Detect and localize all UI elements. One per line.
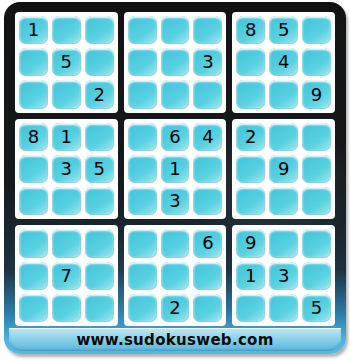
cell-r2c8[interactable]: 4 (269, 48, 298, 76)
cell-r5c6[interactable] (193, 155, 222, 183)
cell-r1c4[interactable] (128, 16, 157, 44)
cell-r1c9[interactable] (302, 16, 331, 44)
cell-r6c8[interactable] (269, 187, 298, 215)
cell-r6c6[interactable] (193, 187, 222, 215)
cell-r7c5[interactable] (161, 229, 190, 257)
cell-r4c3[interactable] (85, 123, 114, 151)
box-3: 8549 (232, 12, 335, 113)
cell-r7c1[interactable] (19, 229, 48, 257)
cell-r5c4[interactable] (128, 155, 157, 183)
cell-r3c3[interactable]: 2 (85, 80, 114, 108)
cell-r8c5[interactable] (161, 262, 190, 290)
cell-r7c7[interactable]: 9 (236, 229, 265, 257)
cell-r4c2[interactable]: 1 (52, 123, 81, 151)
cell-r6c7[interactable] (236, 187, 265, 215)
cell-r1c2[interactable] (52, 16, 81, 44)
cell-r8c4[interactable] (128, 262, 157, 290)
cell-r2c3[interactable] (85, 48, 114, 76)
cell-r9c9[interactable]: 5 (302, 294, 331, 322)
cell-r6c2[interactable] (52, 187, 81, 215)
cell-r6c9[interactable] (302, 187, 331, 215)
cell-r5c3[interactable]: 5 (85, 155, 114, 183)
cell-r9c3[interactable] (85, 294, 114, 322)
cell-r3c6[interactable] (193, 80, 222, 108)
footer-banner: www.sudokusweb.com (9, 328, 341, 351)
cell-r1c3[interactable] (85, 16, 114, 44)
cell-r7c3[interactable] (85, 229, 114, 257)
cell-r9c6[interactable] (193, 294, 222, 322)
cell-r2c2[interactable]: 5 (52, 48, 81, 76)
cell-r4c4[interactable] (128, 123, 157, 151)
box-7: 7 (15, 225, 118, 326)
footer-url-text[interactable]: www.sudokusweb.com (76, 331, 273, 349)
cell-r4c6[interactable]: 4 (193, 123, 222, 151)
cell-r9c4[interactable] (128, 294, 157, 322)
cell-r7c6[interactable]: 6 (193, 229, 222, 257)
cell-r2c4[interactable] (128, 48, 157, 76)
cell-r9c8[interactable] (269, 294, 298, 322)
cell-r5c1[interactable] (19, 155, 48, 183)
cell-r6c1[interactable] (19, 187, 48, 215)
cell-r3c1[interactable] (19, 80, 48, 108)
cell-r8c8[interactable]: 3 (269, 262, 298, 290)
cell-r4c9[interactable] (302, 123, 331, 151)
cell-r9c2[interactable] (52, 294, 81, 322)
cell-r7c9[interactable] (302, 229, 331, 257)
cell-r8c6[interactable] (193, 262, 222, 290)
cell-r8c9[interactable] (302, 262, 331, 290)
cell-r5c7[interactable] (236, 155, 265, 183)
cell-r3c2[interactable] (52, 80, 81, 108)
box-5: 6413 (124, 119, 227, 220)
cell-r1c1[interactable]: 1 (19, 16, 48, 44)
cell-r6c4[interactable] (128, 187, 157, 215)
box-9: 9135 (232, 225, 335, 326)
cell-r1c8[interactable]: 5 (269, 16, 298, 44)
cell-r3c7[interactable] (236, 80, 265, 108)
box-4: 8135 (15, 119, 118, 220)
cell-r9c5[interactable]: 2 (161, 294, 190, 322)
cell-r1c7[interactable]: 8 (236, 16, 265, 44)
box-2: 3 (124, 12, 227, 113)
cell-r4c1[interactable]: 8 (19, 123, 48, 151)
cell-r1c6[interactable] (193, 16, 222, 44)
cell-r8c1[interactable] (19, 262, 48, 290)
cell-r8c7[interactable]: 1 (236, 262, 265, 290)
sudoku-grid: 1523854981356413297629135 (15, 12, 335, 326)
cell-r5c5[interactable]: 1 (161, 155, 190, 183)
cell-r9c1[interactable] (19, 294, 48, 322)
box-8: 62 (124, 225, 227, 326)
cell-r6c5[interactable]: 3 (161, 187, 190, 215)
cell-r9c7[interactable] (236, 294, 265, 322)
box-6: 29 (232, 119, 335, 220)
cell-r2c9[interactable] (302, 48, 331, 76)
cell-r7c2[interactable] (52, 229, 81, 257)
cell-r2c1[interactable] (19, 48, 48, 76)
cell-r5c9[interactable] (302, 155, 331, 183)
cell-r2c5[interactable] (161, 48, 190, 76)
cell-r6c3[interactable] (85, 187, 114, 215)
cell-r2c6[interactable]: 3 (193, 48, 222, 76)
cell-r3c4[interactable] (128, 80, 157, 108)
cell-r7c8[interactable] (269, 229, 298, 257)
cell-r8c3[interactable] (85, 262, 114, 290)
cell-r2c7[interactable] (236, 48, 265, 76)
cell-r4c8[interactable] (269, 123, 298, 151)
cell-r1c5[interactable] (161, 16, 190, 44)
cell-r3c8[interactable] (269, 80, 298, 108)
cell-r3c9[interactable]: 9 (302, 80, 331, 108)
box-1: 152 (15, 12, 118, 113)
cell-r8c2[interactable]: 7 (52, 262, 81, 290)
cell-r5c8[interactable]: 9 (269, 155, 298, 183)
sudoku-board: 1523854981356413297629135 www.sudokusweb… (4, 2, 346, 354)
cell-r5c2[interactable]: 3 (52, 155, 81, 183)
cell-r4c5[interactable]: 6 (161, 123, 190, 151)
cell-r4c7[interactable]: 2 (236, 123, 265, 151)
cell-r3c5[interactable] (161, 80, 190, 108)
cell-r7c4[interactable] (128, 229, 157, 257)
